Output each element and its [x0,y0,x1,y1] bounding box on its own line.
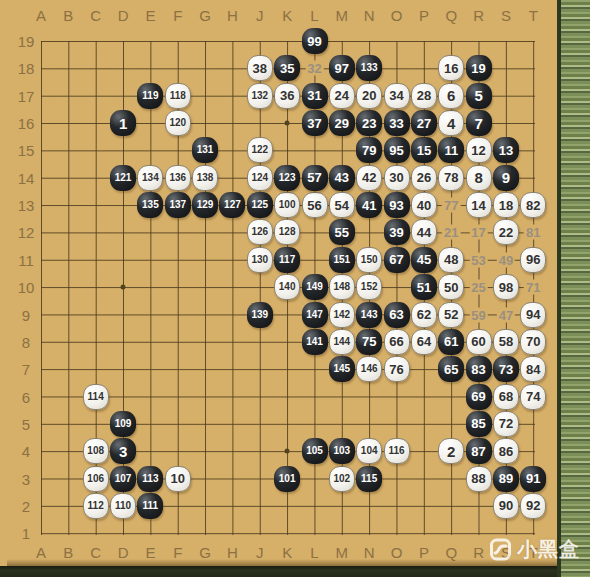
white-stone: 50 [438,274,464,300]
black-stone: 117 [274,247,300,273]
white-stone: 24 [329,83,355,109]
row-label-left: 5 [22,415,30,432]
white-stone: 82 [520,192,546,218]
white-stone: 22 [493,219,519,245]
black-stone: 1 [110,110,136,136]
black-stone: 37 [302,110,328,136]
white-stone: 6 [438,83,464,109]
captured-move-number: 59 [469,307,487,322]
white-stone: 40 [411,192,437,218]
black-stone: 79 [356,137,382,163]
white-stone: 102 [329,466,355,492]
column-label-bottom: P [419,544,429,561]
white-stone: 150 [356,247,382,273]
white-stone: 120 [165,110,191,136]
star-point [285,449,290,454]
white-stone: 94 [520,302,546,328]
white-stone: 28 [411,83,437,109]
column-label-bottom: F [173,544,182,561]
white-stone: 72 [493,411,519,437]
row-label-left: 12 [18,224,35,241]
black-stone: 35 [274,55,300,81]
row-label-left: 11 [18,251,34,268]
column-label-bottom: G [199,544,211,561]
white-stone: 108 [83,438,109,464]
white-stone: 88 [466,466,492,492]
white-stone: 52 [438,302,464,328]
captured-move-number: 81 [524,225,542,240]
row-label-left: 8 [22,333,30,350]
captured-move-number: 71 [524,280,542,295]
black-stone: 3 [110,438,136,464]
column-label-top: K [282,7,292,24]
white-stone: 76 [384,356,410,382]
column-label-bottom: E [145,544,155,561]
watermark: 小黑盒 [489,536,580,563]
column-label-top: M [336,7,349,24]
row-label-left: 2 [22,497,30,514]
white-stone: 12 [466,137,492,163]
black-stone: 93 [384,192,410,218]
black-stone: 91 [520,466,546,492]
column-label-top: A [36,7,46,24]
column-label-bottom: R [473,544,484,561]
white-stone: 124 [247,165,273,191]
black-stone: 51 [411,274,437,300]
row-label-left: 16 [18,115,35,132]
white-stone: 98 [493,274,519,300]
white-stone: 36 [274,83,300,109]
row-label-left: 18 [18,60,35,77]
black-stone: 75 [356,329,382,355]
white-stone: 114 [83,384,109,410]
black-stone: 63 [384,302,410,328]
row-label-left: 13 [18,197,35,214]
black-stone: 141 [302,329,328,355]
white-stone: 118 [165,83,191,109]
white-stone: 44 [411,219,437,245]
star-point [121,285,126,290]
black-stone: 149 [302,274,328,300]
white-stone: 4 [438,110,464,136]
white-stone: 100 [274,192,300,218]
captured-move-number: 17 [469,225,487,240]
white-stone: 146 [356,356,382,382]
white-stone: 66 [384,329,410,355]
white-stone: 122 [247,137,273,163]
black-stone: 145 [329,356,355,382]
column-label-bottom: B [63,544,73,561]
heybox-logo-icon [489,537,512,562]
black-stone: 121 [110,165,136,191]
white-stone: 26 [411,165,437,191]
white-stone: 14 [466,192,492,218]
black-stone: 23 [356,110,382,136]
white-stone: 110 [110,493,136,519]
column-label-top: B [63,7,73,24]
black-stone: 127 [219,192,245,218]
black-stone: 29 [329,110,355,136]
black-stone: 135 [137,192,163,218]
white-stone: 140 [274,274,300,300]
column-label-bottom: N [364,544,375,561]
column-label-bottom: Q [445,544,457,561]
black-stone: 105 [302,438,328,464]
black-stone: 31 [302,83,328,109]
white-stone: 136 [165,165,191,191]
black-stone: 139 [247,302,273,328]
column-label-top: R [473,7,484,24]
column-label-top: Q [445,7,457,24]
captured-move-number: 49 [497,252,515,267]
captured-move-number: 25 [469,280,487,295]
column-label-bottom: A [36,544,46,561]
captured-move-number: 32 [305,61,323,76]
white-stone: 144 [329,329,355,355]
white-stone: 62 [411,302,437,328]
column-label-top: E [145,7,155,24]
table-edge-bottom [0,566,590,577]
row-label-left: 1 [22,525,30,542]
column-label-top: N [364,7,375,24]
column-label-top: T [529,7,538,24]
white-stone: 74 [520,384,546,410]
white-stone: 68 [493,384,519,410]
black-stone: 27 [411,110,437,136]
black-stone: 97 [329,55,355,81]
captured-move-number: 21 [442,225,460,240]
black-stone: 11 [438,137,464,163]
captured-move-number: 53 [469,252,487,267]
black-stone: 41 [356,192,382,218]
black-stone: 13 [493,137,519,163]
white-stone: 92 [520,493,546,519]
watermark-text: 小黑盒 [517,536,580,563]
white-stone: 112 [83,493,109,519]
column-label-top: L [310,7,318,24]
black-stone: 45 [411,247,437,273]
white-stone: 86 [493,438,519,464]
white-stone: 30 [384,165,410,191]
row-label-left: 17 [18,87,35,104]
white-stone: 116 [384,438,410,464]
black-stone: 61 [438,329,464,355]
black-stone: 57 [302,165,328,191]
black-stone: 147 [302,302,328,328]
white-stone: 60 [466,329,492,355]
row-label-left: 15 [18,142,35,159]
white-stone: 126 [247,219,273,245]
white-stone: 10 [165,466,191,492]
white-stone: 104 [356,438,382,464]
column-label-bottom: M [336,544,349,561]
row-label-left: 7 [22,361,30,378]
black-stone: 123 [274,165,300,191]
white-stone: 70 [520,329,546,355]
black-stone: 99 [302,28,328,54]
white-stone: 42 [356,165,382,191]
column-label-top: D [118,7,129,24]
goban[interactable]: AABBCCDDEEFFGGHHJJKKLLMMNNOOPPQQRRSSTT19… [7,0,557,566]
black-stone: 89 [493,466,519,492]
white-stone: 142 [329,302,355,328]
white-stone: 128 [274,219,300,245]
white-stone: 134 [137,165,163,191]
column-label-bottom: K [282,544,292,561]
black-stone: 43 [329,165,355,191]
black-stone: 137 [165,192,191,218]
white-stone: 20 [356,83,382,109]
white-stone: 96 [520,247,546,273]
black-stone: 33 [384,110,410,136]
black-stone: 125 [247,192,273,218]
row-label-left: 6 [22,388,30,405]
row-label-left: 14 [18,169,35,186]
black-stone: 95 [384,137,410,163]
row-label-left: 19 [18,33,35,50]
column-label-bottom: J [256,544,264,561]
column-label-top: C [90,7,101,24]
white-stone: 18 [493,192,519,218]
screenshot-frame: AABBCCDDEEFFGGHHJJKKLLMMNNOOPPQQRRSSTT19… [0,0,590,577]
captured-move-number: 77 [442,198,460,213]
black-stone: 67 [384,247,410,273]
column-label-top: H [227,7,238,24]
table-mat-right [557,0,590,577]
black-stone: 133 [356,55,382,81]
table-edge-left [0,0,7,577]
white-stone: 48 [438,247,464,273]
black-stone: 85 [466,411,492,437]
row-label-left: 10 [18,279,35,296]
row-label-left: 9 [22,306,30,323]
white-stone: 58 [493,329,519,355]
white-stone: 148 [329,274,355,300]
column-label-top: O [391,7,403,24]
white-stone: 64 [411,329,437,355]
black-stone: 15 [411,137,437,163]
column-label-top: J [256,7,264,24]
black-stone: 7 [466,110,492,136]
black-stone: 143 [356,302,382,328]
star-point [285,121,290,126]
row-label-left: 4 [22,443,30,460]
white-stone: 84 [520,356,546,382]
white-stone: 54 [329,192,355,218]
black-stone: 39 [384,219,410,245]
black-stone: 5 [466,83,492,109]
black-stone: 9 [493,165,519,191]
column-label-top: P [419,7,429,24]
column-label-bottom: O [391,544,403,561]
column-label-bottom: L [310,544,318,561]
white-stone: 2 [438,438,464,464]
white-stone: 132 [247,83,273,109]
black-stone: 111 [137,493,163,519]
column-label-top: G [199,7,211,24]
black-stone: 87 [466,438,492,464]
white-stone: 152 [356,274,382,300]
white-stone: 8 [466,165,492,191]
white-stone: 34 [384,83,410,109]
white-stone: 16 [438,55,464,81]
black-stone: 65 [438,356,464,382]
black-stone: 131 [192,137,218,163]
white-stone: 130 [247,247,273,273]
white-stone: 90 [493,493,519,519]
column-label-top: S [501,7,511,24]
black-stone: 73 [493,356,519,382]
white-stone: 138 [192,165,218,191]
black-stone: 19 [466,55,492,81]
column-label-bottom: H [227,544,238,561]
white-stone: 38 [247,55,273,81]
black-stone: 69 [466,384,492,410]
white-stone: 78 [438,165,464,191]
column-label-top: F [173,7,182,24]
board-bottom-edge [7,559,557,566]
black-stone: 113 [137,466,163,492]
white-stone: 106 [83,466,109,492]
white-stone: 56 [302,192,328,218]
column-label-bottom: D [118,544,129,561]
black-stone: 119 [137,83,163,109]
captured-move-number: 47 [497,307,515,322]
column-label-bottom: C [90,544,101,561]
black-stone: 103 [329,438,355,464]
black-stone: 109 [110,411,136,437]
black-stone: 83 [466,356,492,382]
black-stone: 129 [192,192,218,218]
black-stone: 151 [329,247,355,273]
black-stone: 115 [356,466,382,492]
black-stone: 107 [110,466,136,492]
black-stone: 101 [274,466,300,492]
black-stone: 55 [329,219,355,245]
row-label-left: 3 [22,470,30,487]
